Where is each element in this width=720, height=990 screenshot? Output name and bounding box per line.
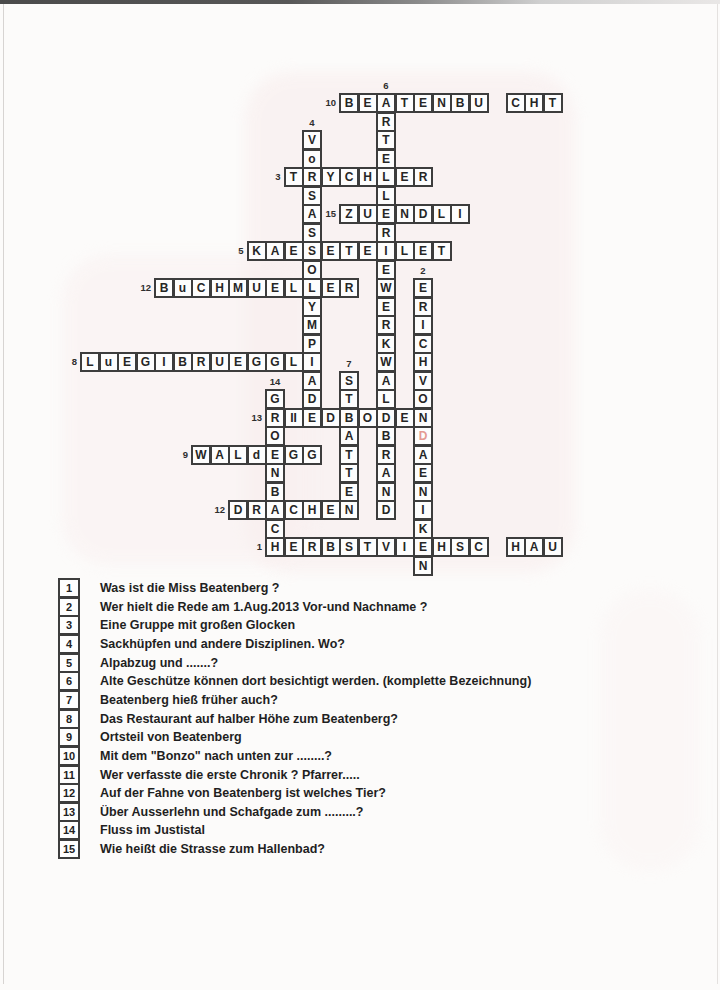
- grid-cell: R: [302, 167, 322, 187]
- grid-cell: G: [302, 445, 322, 465]
- grid-cell: B: [265, 482, 285, 502]
- clue-number-box: 4: [58, 634, 80, 654]
- crossword-grid: BEATENBUCHTRVToETRYCHLERSLAZUENDLISRKAES…: [80, 93, 575, 575]
- grid-cell: V: [413, 371, 433, 391]
- grid-cell: M: [228, 278, 248, 298]
- grid-cell: T: [339, 389, 359, 409]
- clue-number-box: 10: [58, 746, 80, 766]
- clue-number-box: 9: [58, 727, 80, 747]
- grid-number-label: 14: [265, 377, 285, 387]
- grid-cell: I: [413, 500, 433, 520]
- grid-number-label: 6: [376, 81, 396, 91]
- grid-cell: E: [413, 278, 433, 298]
- grid-cell: B: [376, 426, 396, 446]
- clue-text: Mit dem "Bonzo" nach unten zur ........?: [100, 749, 332, 764]
- grid-cell: T: [395, 93, 415, 113]
- grid-cell: D: [302, 389, 322, 409]
- grid-cell: V: [376, 537, 396, 557]
- grid-cell: S: [339, 537, 359, 557]
- grid-cell: C: [413, 334, 433, 354]
- grid-cell: II: [284, 408, 304, 428]
- grid-cell: L: [376, 186, 396, 206]
- grid-cell: u: [99, 352, 119, 372]
- grid-cell: C: [506, 93, 526, 113]
- grid-cell: u: [173, 278, 193, 298]
- grid-cell: H: [265, 537, 285, 557]
- grid-number-label: 1: [245, 542, 262, 552]
- clue-number-box: 6: [58, 671, 80, 691]
- grid-cell: W: [376, 278, 396, 298]
- grid-cell: R: [413, 167, 433, 187]
- grid-cell: A: [339, 426, 359, 446]
- grid-cell: B: [450, 93, 470, 113]
- grid-cell: H: [413, 352, 433, 372]
- grid-cell: U: [469, 93, 489, 113]
- grid-cell: A: [210, 445, 230, 465]
- grid-cell: E: [228, 352, 248, 372]
- grid-cell: L: [302, 278, 322, 298]
- grid-cell: S: [339, 371, 359, 391]
- clue-number-box: 12: [58, 783, 80, 803]
- grid-cell: R: [265, 408, 285, 428]
- grid-cell: H: [302, 500, 322, 520]
- grid-cell: R: [302, 537, 322, 557]
- grid-cell: T: [339, 445, 359, 465]
- grid-cell: A: [376, 371, 396, 391]
- grid-cell: R: [339, 278, 359, 298]
- grid-cell: E: [265, 278, 285, 298]
- clue-text: Was ist die Miss Beatenberg ?: [100, 581, 279, 596]
- scan-left-edge: [3, 4, 4, 984]
- grid-number-label: 4: [302, 118, 322, 128]
- clue-text: Wer verfasste die erste Chronik ? Pfarre…: [100, 768, 360, 783]
- grid-cell: E: [376, 204, 396, 224]
- grid-cell: V: [302, 130, 322, 150]
- scan-top-edge: [0, 0, 720, 4]
- grid-number-label: 8: [60, 357, 77, 367]
- clue-text: Das Restaurant auf halber Höhe zum Beate…: [100, 712, 398, 727]
- clue-text: Alpabzug und .......?: [100, 656, 218, 671]
- clue-list: 1Was ist die Miss Beatenberg ?2Wer hielt…: [58, 578, 658, 863]
- grid-cell: T: [284, 167, 304, 187]
- grid-cell: Y: [302, 297, 322, 317]
- grid-number-label: 9: [171, 450, 188, 460]
- clue-text: Wer hielt die Rede am 1.Aug.2013 Vor-und…: [100, 600, 427, 615]
- grid-cell: E: [376, 297, 396, 317]
- grid-number-label: 15: [319, 209, 336, 219]
- grid-cell: C: [265, 519, 285, 539]
- grid-cell: N: [413, 556, 433, 576]
- grid-cell: W: [376, 352, 396, 372]
- grid-cell: C: [191, 278, 211, 298]
- grid-cell: N: [395, 204, 415, 224]
- clue-number-box: 1: [58, 578, 80, 598]
- grid-cell: R: [376, 315, 396, 335]
- grid-cell: A: [524, 537, 544, 557]
- clue-text: Auf der Fahne von Beatenberg ist welches…: [100, 786, 386, 801]
- grid-cell: E: [339, 482, 359, 502]
- grid-cell: U: [210, 352, 230, 372]
- grid-cell: E: [321, 500, 341, 520]
- grid-cell: I: [302, 352, 322, 372]
- grid-number-label: 12: [134, 283, 151, 293]
- grid-cell: G: [284, 445, 304, 465]
- grid-cell: E: [413, 463, 433, 483]
- grid-cell: R: [413, 297, 433, 317]
- grid-cell: B: [339, 93, 359, 113]
- grid-cell: E: [413, 93, 433, 113]
- clue-number-box: 8: [58, 709, 80, 729]
- grid-cell: E: [284, 241, 304, 261]
- clue-text: Beatenberg hieß früher auch?: [100, 693, 278, 708]
- grid-number-label: 12: [208, 505, 225, 515]
- grid-cell: U: [358, 204, 378, 224]
- grid-number-label: 7: [339, 359, 359, 369]
- grid-cell: O: [302, 260, 322, 280]
- grid-cell: D: [228, 500, 248, 520]
- clue-number-box: 2: [58, 597, 80, 617]
- grid-cell: A: [265, 241, 285, 261]
- grid-cell: O: [265, 426, 285, 446]
- grid-cell: H: [432, 537, 452, 557]
- clue-text: Über Ausserlehn und Schafgade zum ......…: [100, 805, 363, 820]
- grid-cell: T: [376, 130, 396, 150]
- clue-number-box: 15: [58, 839, 80, 859]
- clue-number-box: 3: [58, 615, 80, 635]
- scan-right-edge: [717, 4, 718, 984]
- grid-cell: A: [376, 463, 396, 483]
- grid-cell: E: [395, 408, 415, 428]
- grid-cell: A: [376, 93, 396, 113]
- grid-cell: E: [265, 445, 285, 465]
- clue-text: Eine Gruppe mit großen Glocken: [100, 618, 295, 633]
- grid-cell: A: [265, 500, 285, 520]
- grid-cell: E: [321, 278, 341, 298]
- clue-text: Sackhüpfen und andere Disziplinen. Wo?: [100, 637, 345, 652]
- grid-cell: U: [247, 278, 267, 298]
- grid-cell: S: [302, 241, 322, 261]
- grid-cell: L: [395, 241, 415, 261]
- grid-cell: Y: [321, 167, 341, 187]
- grid-cell: C: [284, 500, 304, 520]
- grid-cell: N: [413, 408, 433, 428]
- grid-number-label: 2: [413, 266, 433, 276]
- grid-cell: o: [302, 149, 322, 169]
- grid-cell: R: [191, 352, 211, 372]
- grid-cell: D: [376, 408, 396, 428]
- grid-cell: R: [376, 223, 396, 243]
- grid-cell: H: [506, 537, 526, 557]
- grid-cell: Z: [339, 204, 359, 224]
- grid-cell: C: [469, 537, 489, 557]
- grid-cell: L: [376, 167, 396, 187]
- grid-cell: O: [413, 389, 433, 409]
- grid-cell: G: [247, 352, 267, 372]
- grid-cell: L: [284, 352, 304, 372]
- grid-cell: G: [265, 352, 285, 372]
- grid-cell: E: [395, 167, 415, 187]
- grid-cell: E: [413, 241, 433, 261]
- grid-cell: T: [432, 241, 452, 261]
- grid-cell: N: [432, 93, 452, 113]
- grid-cell: K: [413, 519, 433, 539]
- grid-cell: B: [154, 278, 174, 298]
- grid-cell: H: [358, 167, 378, 187]
- grid-cell: N: [265, 463, 285, 483]
- clue-number-box: 7: [58, 690, 80, 710]
- grid-cell: D: [413, 426, 433, 446]
- clue-number-box: 13: [58, 802, 80, 822]
- grid-cell: B: [173, 352, 193, 372]
- clue-number-box: 5: [58, 653, 80, 673]
- grid-cell: D: [413, 204, 433, 224]
- grid-cell: L: [284, 278, 304, 298]
- grid-cell: T: [339, 463, 359, 483]
- grid-cell: S: [450, 537, 470, 557]
- clue-text: Fluss im Justistal: [100, 823, 205, 838]
- grid-cell: S: [302, 223, 322, 243]
- grid-cell: W: [191, 445, 211, 465]
- grid-cell: P: [302, 334, 322, 354]
- grid-number-label: 13: [245, 413, 262, 423]
- grid-number-label: 10: [319, 98, 336, 108]
- grid-cell: O: [358, 408, 378, 428]
- clue-number-box: 14: [58, 820, 80, 840]
- grid-cell: N: [376, 482, 396, 502]
- grid-number-label: 3: [264, 172, 281, 182]
- grid-cell: M: [302, 315, 322, 335]
- grid-cell: R: [376, 112, 396, 132]
- grid-cell: T: [543, 93, 563, 113]
- grid-cell: L: [228, 445, 248, 465]
- grid-cell: K: [247, 241, 267, 261]
- grid-cell: T: [358, 537, 378, 557]
- grid-cell: I: [376, 241, 396, 261]
- grid-cell: E: [413, 537, 433, 557]
- grid-cell: N: [339, 500, 359, 520]
- grid-cell: N: [413, 482, 433, 502]
- grid-cell: G: [265, 389, 285, 409]
- grid-cell: L: [432, 204, 452, 224]
- grid-cell: I: [395, 537, 415, 557]
- clue-text: Wie heißt die Strasse zum Hallenbad?: [100, 842, 325, 857]
- grid-cell: R: [247, 500, 267, 520]
- grid-cell: R: [376, 445, 396, 465]
- grid-cell: U: [543, 537, 563, 557]
- grid-cell: I: [413, 315, 433, 335]
- grid-cell: G: [136, 352, 156, 372]
- clue-number-box: 11: [58, 765, 80, 785]
- clue-text: Ortsteil von Beatenberg: [100, 730, 242, 745]
- grid-cell: E: [117, 352, 137, 372]
- grid-cell: E: [376, 149, 396, 169]
- grid-cell: H: [210, 278, 230, 298]
- grid-cell: I: [154, 352, 174, 372]
- grid-cell: T: [339, 241, 359, 261]
- grid-cell: L: [80, 352, 100, 372]
- page: { "game": "crossword", "language": "Germ…: [0, 0, 720, 990]
- grid-cell: E: [284, 537, 304, 557]
- grid-cell: A: [413, 445, 433, 465]
- grid-cell: d: [247, 445, 267, 465]
- grid-cell: C: [339, 167, 359, 187]
- grid-cell: H: [524, 93, 544, 113]
- grid-cell: E: [321, 241, 341, 261]
- grid-cell: E: [376, 260, 396, 280]
- grid-cell: B: [339, 408, 359, 428]
- clue-text: Alte Geschütze können dort besichtigt we…: [100, 674, 531, 689]
- grid-cell: B: [321, 537, 341, 557]
- grid-cell: E: [358, 93, 378, 113]
- grid-cell: K: [376, 334, 396, 354]
- grid-cell: I: [450, 204, 470, 224]
- grid-cell: A: [302, 371, 322, 391]
- grid-cell: S: [302, 186, 322, 206]
- grid-cell: L: [376, 389, 396, 409]
- grid-cell: D: [376, 500, 396, 520]
- grid-cell: E: [358, 241, 378, 261]
- grid-cell: E: [302, 408, 322, 428]
- grid-cell: D: [321, 408, 341, 428]
- grid-number-label: 5: [227, 246, 244, 256]
